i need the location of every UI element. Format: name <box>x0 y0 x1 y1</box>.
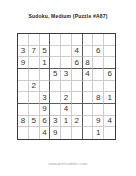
sudoku-cell-r8c1[interactable]: 8 <box>18 116 29 128</box>
sudoku-cell-r6c2[interactable] <box>29 92 40 104</box>
sudoku-cell-r9c5[interactable] <box>61 127 72 139</box>
sudoku-cell-r8c7[interactable] <box>83 116 94 128</box>
sudoku-cell-r1c2[interactable] <box>29 34 40 46</box>
sudoku-cell-r2c9[interactable] <box>104 46 115 58</box>
sudoku-cell-r8c6[interactable]: 2 <box>72 116 83 128</box>
page-title: Sudoku, Medium (Puzzle #A87) <box>0 13 136 19</box>
sudoku-cell-r6c4[interactable] <box>50 92 61 104</box>
sudoku-cell-r1c4[interactable] <box>50 34 61 46</box>
sudoku-cell-r8c9[interactable]: 4 <box>104 116 115 128</box>
sudoku-cell-r1c7[interactable] <box>83 34 94 46</box>
sudoku-cell-r7c5[interactable]: 4 <box>61 104 72 116</box>
sudoku-cell-r2c5[interactable] <box>61 46 72 58</box>
sudoku-cell-r7c8[interactable] <box>93 104 104 116</box>
sudoku-cell-r2c7[interactable] <box>83 46 94 58</box>
sudoku-cell-r8c5[interactable]: 1 <box>61 116 72 128</box>
sudoku-cell-r4c4[interactable]: 5 <box>50 69 61 81</box>
sudoku-cell-r4c2[interactable] <box>29 69 40 81</box>
sudoku-cell-r2c8[interactable]: 6 <box>93 46 104 58</box>
sudoku-cell-r8c3[interactable]: 6 <box>40 116 51 128</box>
sudoku-cell-r4c6[interactable] <box>72 69 83 81</box>
sudoku-cell-r2c2[interactable]: 7 <box>29 46 40 58</box>
sudoku-cell-r3c4[interactable] <box>50 57 61 69</box>
sudoku-cell-r4c7[interactable]: 4 <box>83 69 94 81</box>
sudoku-cell-r9c9[interactable] <box>104 127 115 139</box>
sudoku-cell-r1c3[interactable] <box>40 34 51 46</box>
sudoku-cell-r9c6[interactable] <box>72 127 83 139</box>
sudoku-grid: 3754691685346232819485631294491 <box>17 33 116 140</box>
sudoku-cell-r2c6[interactable]: 4 <box>72 46 83 58</box>
sudoku-cell-r3c3[interactable]: 1 <box>40 57 51 69</box>
sudoku-cell-r9c3[interactable]: 4 <box>40 127 51 139</box>
sudoku-cell-r1c8[interactable] <box>93 34 104 46</box>
sudoku-cell-r3c5[interactable] <box>61 57 72 69</box>
sudoku-cell-r3c6[interactable]: 6 <box>72 57 83 69</box>
sudoku-cell-r8c4[interactable]: 3 <box>50 116 61 128</box>
sudoku-cell-r5c9[interactable] <box>104 81 115 93</box>
sudoku-cell-r3c7[interactable]: 8 <box>83 57 94 69</box>
sudoku-cell-r1c9[interactable] <box>104 34 115 46</box>
sudoku-cell-r6c8[interactable]: 8 <box>93 92 104 104</box>
sudoku-cell-r7c7[interactable] <box>83 104 94 116</box>
sudoku-cell-r6c5[interactable]: 2 <box>61 92 72 104</box>
sudoku-cell-r5c5[interactable] <box>61 81 72 93</box>
sudoku-cell-r2c1[interactable]: 3 <box>18 46 29 58</box>
sudoku-cell-r6c7[interactable] <box>83 92 94 104</box>
sudoku-cell-r2c3[interactable]: 5 <box>40 46 51 58</box>
sudoku-cell-r6c1[interactable] <box>18 92 29 104</box>
sudoku-cell-r4c9[interactable]: 6 <box>104 69 115 81</box>
sudoku-cell-r5c3[interactable] <box>40 81 51 93</box>
sudoku-cell-r1c5[interactable] <box>61 34 72 46</box>
sudoku-cell-r9c7[interactable] <box>83 127 94 139</box>
sudoku-cell-r7c6[interactable] <box>72 104 83 116</box>
sudoku-cell-r5c8[interactable] <box>93 81 104 93</box>
sudoku-cell-r7c3[interactable]: 9 <box>40 104 51 116</box>
sudoku-cell-r9c2[interactable] <box>29 127 40 139</box>
sudoku-cell-r5c4[interactable] <box>50 81 61 93</box>
sudoku-cell-r9c8[interactable]: 1 <box>93 127 104 139</box>
sudoku-cell-r8c2[interactable]: 5 <box>29 116 40 128</box>
footer-url: www.printsudoku.com <box>0 161 136 166</box>
sudoku-cell-r9c4[interactable]: 9 <box>50 127 61 139</box>
sudoku-cell-r3c2[interactable] <box>29 57 40 69</box>
sudoku-cell-r6c9[interactable]: 1 <box>104 92 115 104</box>
sudoku-cell-r3c1[interactable]: 9 <box>18 57 29 69</box>
sudoku-cell-r2c4[interactable] <box>50 46 61 58</box>
sudoku-cell-r7c1[interactable] <box>18 104 29 116</box>
sudoku-cell-r3c8[interactable] <box>93 57 104 69</box>
sudoku-cell-r4c1[interactable] <box>18 69 29 81</box>
sudoku-cell-r1c1[interactable] <box>18 34 29 46</box>
sudoku-cell-r8c8[interactable]: 9 <box>93 116 104 128</box>
sudoku-cell-r7c4[interactable] <box>50 104 61 116</box>
sudoku-cell-r5c7[interactable] <box>83 81 94 93</box>
sudoku-cell-r6c6[interactable] <box>72 92 83 104</box>
sudoku-cell-r5c1[interactable] <box>18 81 29 93</box>
sudoku-cell-r6c3[interactable]: 3 <box>40 92 51 104</box>
sudoku-cell-r5c2[interactable]: 2 <box>29 81 40 93</box>
sudoku-cell-r4c3[interactable] <box>40 69 51 81</box>
sudoku-cell-r1c6[interactable] <box>72 34 83 46</box>
sudoku-cell-r5c6[interactable] <box>72 81 83 93</box>
sudoku-cell-r4c5[interactable]: 3 <box>61 69 72 81</box>
sudoku-cell-r4c8[interactable] <box>93 69 104 81</box>
sudoku-cell-r7c9[interactable] <box>104 104 115 116</box>
sudoku-cell-r3c9[interactable] <box>104 57 115 69</box>
sudoku-cell-r9c1[interactable] <box>18 127 29 139</box>
sudoku-cell-r7c2[interactable] <box>29 104 40 116</box>
